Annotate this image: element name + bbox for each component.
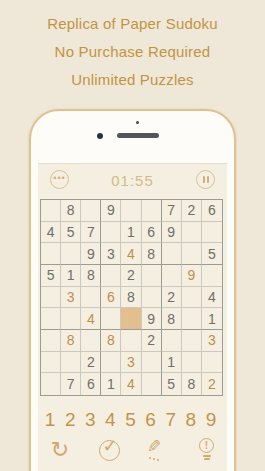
sudoku-cell[interactable]: 8: [61, 330, 81, 352]
sudoku-cell[interactable]: [182, 222, 202, 244]
sudoku-cell[interactable]: 5: [202, 243, 222, 265]
sudoku-cell[interactable]: 8: [162, 308, 182, 330]
sudoku-cell[interactable]: [81, 200, 101, 222]
promo-heading: Replica of Paper Sudoku No Purchase Requ…: [0, 10, 265, 94]
sudoku-cell[interactable]: 4: [41, 222, 61, 244]
sensor-dot-icon: [136, 121, 139, 124]
sudoku-cell[interactable]: [41, 330, 61, 352]
sudoku-cell[interactable]: [101, 352, 121, 374]
sudoku-cell[interactable]: 9: [162, 222, 182, 244]
sudoku-cell[interactable]: 8: [142, 243, 162, 265]
phone-mockup: ••• 01:55 897264571699348551829368244981…: [29, 109, 236, 471]
sudoku-cell[interactable]: [81, 287, 101, 309]
sudoku-cell[interactable]: [162, 243, 182, 265]
earpiece-speaker: [117, 133, 159, 138]
sudoku-cell[interactable]: [182, 330, 202, 352]
numpad-7[interactable]: 7: [161, 407, 181, 433]
sudoku-cell[interactable]: [202, 222, 222, 244]
hint-button[interactable]: !: [192, 435, 222, 465]
sudoku-cell[interactable]: [182, 243, 202, 265]
sudoku-cell[interactable]: [61, 352, 81, 374]
pencil-notes-button[interactable]: ✎: [142, 435, 172, 465]
sudoku-cell[interactable]: [202, 352, 222, 374]
sudoku-cell[interactable]: 5: [41, 265, 61, 287]
sudoku-cell[interactable]: 9: [182, 265, 202, 287]
promo-line-2: No Purchase Required: [0, 38, 265, 66]
undo-button[interactable]: ↻: [45, 435, 75, 465]
sudoku-cell[interactable]: 7: [81, 222, 101, 244]
sudoku-cell[interactable]: 7: [162, 200, 182, 222]
sudoku-cell[interactable]: [41, 287, 61, 309]
sudoku-cell[interactable]: [101, 222, 121, 244]
check-button[interactable]: ✓: [94, 435, 124, 465]
sudoku-cell[interactable]: 2: [202, 373, 222, 395]
sudoku-cell[interactable]: 1: [61, 265, 81, 287]
sudoku-cell[interactable]: [142, 265, 162, 287]
check-icon: ✓: [99, 440, 120, 461]
sudoku-cell[interactable]: 5: [61, 222, 81, 244]
sudoku-cell[interactable]: [61, 308, 81, 330]
sudoku-cell[interactable]: [121, 308, 141, 330]
sudoku-cell[interactable]: [41, 243, 61, 265]
sudoku-cell[interactable]: 6: [81, 373, 101, 395]
app-screen: ••• 01:55 897264571699348551829368244981…: [38, 163, 227, 471]
sudoku-cell[interactable]: [41, 352, 61, 374]
numpad-2[interactable]: 2: [60, 407, 80, 433]
sudoku-cell[interactable]: [202, 265, 222, 287]
numpad-6[interactable]: 6: [141, 407, 161, 433]
sudoku-cell[interactable]: [101, 265, 121, 287]
sudoku-cell[interactable]: [101, 308, 121, 330]
numpad-8[interactable]: 8: [181, 407, 201, 433]
sudoku-cell[interactable]: 4: [202, 287, 222, 309]
sudoku-cell[interactable]: [182, 308, 202, 330]
pencil-notes-icon: ✎: [146, 438, 168, 462]
numpad-3[interactable]: 3: [80, 407, 100, 433]
number-pad: 123456789: [40, 407, 221, 433]
sudoku-cell[interactable]: 7: [61, 373, 81, 395]
sudoku-cell[interactable]: [61, 243, 81, 265]
sudoku-cell[interactable]: 3: [101, 243, 121, 265]
sudoku-cell[interactable]: 2: [142, 330, 162, 352]
front-camera-icon: [97, 133, 103, 139]
sudoku-cell[interactable]: 9: [81, 243, 101, 265]
sudoku-cell[interactable]: [142, 352, 162, 374]
sudoku-grid: 8972645716993485518293682449818823231761…: [40, 199, 223, 396]
sudoku-cell[interactable]: [142, 287, 162, 309]
numpad-4[interactable]: 4: [100, 407, 120, 433]
sudoku-cell[interactable]: 2: [81, 352, 101, 374]
sudoku-cell[interactable]: 4: [81, 308, 101, 330]
sudoku-cell[interactable]: 3: [121, 352, 141, 374]
sudoku-cell[interactable]: [121, 330, 141, 352]
game-topbar: ••• 01:55: [38, 164, 227, 198]
sudoku-cell[interactable]: [41, 308, 61, 330]
undo-icon: ↻: [51, 439, 69, 461]
pause-button[interactable]: [196, 170, 215, 189]
lightbulb-icon: !: [199, 438, 215, 462]
sudoku-cell[interactable]: 6: [202, 200, 222, 222]
sudoku-cell[interactable]: 2: [162, 287, 182, 309]
sudoku-cell[interactable]: 1: [121, 222, 141, 244]
sudoku-cell[interactable]: 8: [182, 373, 202, 395]
sudoku-cell[interactable]: 4: [121, 243, 141, 265]
sudoku-cell[interactable]: 2: [121, 265, 141, 287]
sudoku-cell[interactable]: [182, 352, 202, 374]
sudoku-cell[interactable]: 1: [202, 308, 222, 330]
sudoku-cell[interactable]: [162, 265, 182, 287]
sudoku-cell[interactable]: 1: [162, 352, 182, 374]
sudoku-cell[interactable]: [142, 373, 162, 395]
sudoku-cell[interactable]: 4: [121, 373, 141, 395]
bottom-toolbar: ↻ ✓ ✎ !: [38, 435, 227, 467]
promo-line-3: Unlimited Puzzles: [0, 66, 265, 94]
sudoku-cell[interactable]: 2: [182, 200, 202, 222]
sudoku-cell[interactable]: 3: [202, 330, 222, 352]
sudoku-cell[interactable]: 8: [81, 265, 101, 287]
sudoku-cell[interactable]: [182, 287, 202, 309]
sudoku-cell[interactable]: [162, 330, 182, 352]
promo-line-1: Replica of Paper Sudoku: [0, 10, 265, 38]
sudoku-cell[interactable]: 6: [142, 222, 162, 244]
numpad-5[interactable]: 5: [120, 407, 140, 433]
sudoku-cell[interactable]: 3: [61, 287, 81, 309]
numpad-9[interactable]: 9: [201, 407, 221, 433]
sudoku-cell[interactable]: [41, 200, 61, 222]
sudoku-cell[interactable]: 8: [121, 287, 141, 309]
sudoku-cell[interactable]: 8: [61, 200, 81, 222]
sudoku-cell[interactable]: 5: [162, 373, 182, 395]
sudoku-cell[interactable]: 6: [101, 287, 121, 309]
sudoku-cell[interactable]: [41, 373, 61, 395]
sudoku-cell[interactable]: [121, 200, 141, 222]
numpad-1[interactable]: 1: [40, 407, 60, 433]
sudoku-cell[interactable]: 1: [101, 373, 121, 395]
pause-icon: [203, 176, 209, 183]
sudoku-cell[interactable]: 9: [101, 200, 121, 222]
sudoku-cell[interactable]: 9: [142, 308, 162, 330]
sudoku-cell[interactable]: 8: [101, 330, 121, 352]
sudoku-cell[interactable]: [81, 330, 101, 352]
sudoku-cell[interactable]: [142, 200, 162, 222]
